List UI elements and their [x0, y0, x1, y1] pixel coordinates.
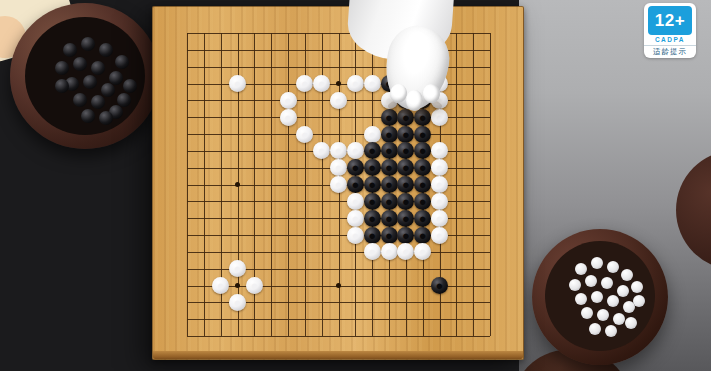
black-stone: ● — [397, 193, 414, 210]
black-stone: ● — [364, 210, 381, 227]
black-stone-in-bowl — [73, 57, 87, 71]
white-stone: ● — [330, 159, 347, 176]
black-stone-in-bowl — [123, 79, 137, 93]
white-stone: ● — [431, 193, 448, 210]
white-stone: ● — [347, 227, 364, 244]
white-stone-in-bowl — [631, 281, 643, 293]
white-stone-in-bowl — [569, 279, 581, 291]
white-stone: ● — [381, 243, 398, 260]
black-stones-bowl-cavity — [25, 17, 145, 135]
white-stone-in-bowl — [625, 317, 637, 329]
black-stone-in-bowl — [55, 79, 69, 93]
white-stone-in-bowl — [585, 275, 597, 287]
black-stone-in-bowl — [91, 61, 105, 75]
white-stone: ● — [330, 176, 347, 193]
black-stone: ● — [364, 227, 381, 244]
white-stone: ● — [296, 75, 313, 92]
black-stone: ● — [381, 159, 398, 176]
white-stone-in-bowl — [591, 291, 603, 303]
white-stone: ● — [330, 142, 347, 159]
black-stone-in-bowl — [55, 61, 69, 75]
white-stone-in-bowl — [575, 263, 587, 275]
white-stone: ● — [364, 75, 381, 92]
white-stone: ● — [364, 126, 381, 143]
white-stone: ● — [313, 142, 330, 159]
white-stone-in-bowl — [591, 257, 603, 269]
board-front-edge — [153, 351, 523, 359]
white-stone: ● — [229, 260, 246, 277]
black-stone: ● — [364, 176, 381, 193]
white-stone-in-bowl — [581, 307, 593, 319]
star-point — [235, 283, 240, 288]
black-stone: ● — [381, 210, 398, 227]
white-stone-in-bowl — [633, 295, 645, 307]
white-stone: ● — [414, 243, 431, 260]
black-stone: ● — [381, 193, 398, 210]
age-rating-caption: 适龄提示 — [644, 45, 696, 57]
white-stone-in-bowl — [605, 325, 617, 337]
black-stone-in-bowl — [81, 37, 95, 51]
grid-line-h — [187, 336, 490, 337]
black-stone: ● — [414, 193, 431, 210]
star-point — [336, 81, 341, 86]
white-stone: ● — [229, 75, 246, 92]
white-stone: ● — [313, 75, 330, 92]
star-point — [336, 283, 341, 288]
black-stone-in-bowl — [73, 93, 87, 107]
go-board: ●●●●●●●●●●●●●●●●●●●●●●●●●●●●●●●●●●●●●●●●… — [152, 6, 524, 360]
black-stone: ● — [397, 126, 414, 143]
black-stone: ● — [347, 159, 364, 176]
black-stone-in-bowl — [91, 95, 105, 109]
white-stone: ● — [246, 277, 263, 294]
grid-line-v — [456, 33, 457, 336]
paw-toe — [406, 90, 423, 111]
white-stone: ● — [280, 92, 297, 109]
black-stone-in-bowl — [99, 111, 113, 125]
black-stone: ● — [347, 176, 364, 193]
white-stone: ● — [431, 210, 448, 227]
white-stone-in-bowl — [589, 323, 601, 335]
white-stone: ● — [431, 227, 448, 244]
black-stone: ● — [431, 277, 448, 294]
black-stone: ● — [381, 176, 398, 193]
black-stone-in-bowl — [83, 75, 97, 89]
white-stone: ● — [347, 210, 364, 227]
game-screen: ●●●●●●●●●●●●●●●●●●●●●●●●●●●●●●●●●●●●●●●●… — [0, 0, 711, 371]
white-stone: ● — [229, 294, 246, 311]
age-rating-value: 12+ — [648, 6, 692, 35]
grid-line-h — [187, 319, 490, 320]
white-stone-in-bowl — [607, 295, 619, 307]
black-stone: ● — [364, 142, 381, 159]
white-stone: ● — [347, 142, 364, 159]
age-rating-badge: 12+ CADPA 适龄提示 — [644, 3, 696, 58]
black-stone: ● — [381, 126, 398, 143]
white-stone-in-bowl — [613, 313, 625, 325]
black-stone: ● — [364, 159, 381, 176]
black-stone: ● — [414, 126, 431, 143]
black-stone: ● — [397, 210, 414, 227]
white-stone: ● — [431, 176, 448, 193]
white-stone-in-bowl — [621, 269, 633, 281]
white-stones-bowl-cavity — [545, 241, 655, 351]
black-stone: ● — [414, 210, 431, 227]
grid-line-h — [187, 252, 490, 253]
white-stone-in-bowl — [607, 261, 619, 273]
white-stones-bowl — [532, 229, 668, 365]
white-stone: ● — [347, 75, 364, 92]
black-stone-in-bowl — [99, 43, 113, 57]
black-stone-in-bowl — [81, 109, 95, 123]
white-stone: ● — [397, 243, 414, 260]
white-stone: ● — [280, 109, 297, 126]
black-stone: ● — [381, 227, 398, 244]
black-stone: ● — [397, 227, 414, 244]
white-stone-in-bowl — [601, 277, 613, 289]
black-stone: ● — [397, 176, 414, 193]
white-stone: ● — [431, 159, 448, 176]
white-stone-in-bowl — [597, 309, 609, 321]
black-stone: ● — [414, 142, 431, 159]
black-stone: ● — [414, 176, 431, 193]
cadpa-label: CADPA — [655, 36, 685, 43]
black-stone-in-bowl — [115, 55, 129, 69]
white-stone-in-bowl — [617, 285, 629, 297]
white-stone: ● — [330, 92, 347, 109]
white-stone: ● — [296, 126, 313, 143]
black-stone: ● — [397, 159, 414, 176]
white-stone: ● — [212, 277, 229, 294]
white-stone-in-bowl — [575, 293, 587, 305]
black-stones-bowl — [10, 3, 160, 149]
grid-line-v — [490, 33, 491, 336]
white-stone: ● — [431, 142, 448, 159]
white-stone: ● — [347, 193, 364, 210]
black-stone: ● — [414, 227, 431, 244]
white-stone: ● — [364, 243, 381, 260]
grid-line-v — [473, 33, 474, 336]
star-point — [235, 182, 240, 187]
black-stone: ● — [381, 142, 398, 159]
black-stone-in-bowl — [63, 43, 77, 57]
black-stone: ● — [414, 159, 431, 176]
black-stone: ● — [397, 142, 414, 159]
black-stone: ● — [364, 193, 381, 210]
black-stone-in-bowl — [101, 83, 115, 97]
